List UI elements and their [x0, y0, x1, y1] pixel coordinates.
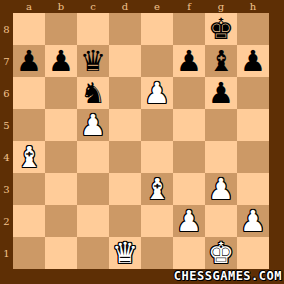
rank-label-1: 1: [0, 237, 13, 269]
square-d1[interactable]: ♛: [109, 237, 141, 269]
square-e1[interactable]: [141, 237, 173, 269]
white-pawn-icon[interactable]: ♟: [144, 77, 170, 109]
square-a7[interactable]: ♟: [13, 45, 45, 77]
square-c2[interactable]: [77, 205, 109, 237]
square-c4[interactable]: [77, 141, 109, 173]
square-h7[interactable]: ♟: [237, 45, 269, 77]
rank-label-8: 8: [0, 13, 13, 45]
rank-label-3: 3: [0, 173, 13, 205]
square-c5[interactable]: ♟: [77, 109, 109, 141]
square-g6[interactable]: ♟: [205, 77, 237, 109]
square-e6[interactable]: ♟: [141, 77, 173, 109]
square-h5[interactable]: [237, 109, 269, 141]
file-label-c: c: [77, 0, 109, 13]
square-c3[interactable]: [77, 173, 109, 205]
square-h4[interactable]: [237, 141, 269, 173]
square-f1[interactable]: [173, 237, 205, 269]
white-bishop-icon[interactable]: ♝: [16, 141, 42, 173]
rank-label-7: 7: [0, 45, 13, 77]
square-d8[interactable]: [109, 13, 141, 45]
square-f6[interactable]: [173, 77, 205, 109]
chess-board[interactable]: ♚♟♟♛♟♝♟♞♟♟♟♝♝♟♟♟♛♚: [13, 13, 269, 269]
square-c1[interactable]: [77, 237, 109, 269]
file-label-d: d: [109, 0, 141, 13]
black-pawn-icon[interactable]: ♟: [240, 45, 266, 77]
square-f3[interactable]: [173, 173, 205, 205]
square-b1[interactable]: [45, 237, 77, 269]
chessgames-watermark: CHESSGAMES.COM: [174, 270, 282, 283]
square-e7[interactable]: [141, 45, 173, 77]
white-pawn-icon[interactable]: ♟: [208, 173, 234, 205]
black-pawn-icon[interactable]: ♟: [208, 77, 234, 109]
square-f7[interactable]: ♟: [173, 45, 205, 77]
rank-label-2: 2: [0, 205, 13, 237]
square-d4[interactable]: [109, 141, 141, 173]
square-h1[interactable]: [237, 237, 269, 269]
square-a6[interactable]: [13, 77, 45, 109]
square-d5[interactable]: [109, 109, 141, 141]
square-d2[interactable]: [109, 205, 141, 237]
file-label-f: f: [173, 0, 205, 13]
white-bishop-icon[interactable]: ♝: [144, 173, 170, 205]
square-g5[interactable]: [205, 109, 237, 141]
black-pawn-icon[interactable]: ♟: [176, 45, 202, 77]
square-f8[interactable]: [173, 13, 205, 45]
square-f2[interactable]: ♟: [173, 205, 205, 237]
square-b7[interactable]: ♟: [45, 45, 77, 77]
rank-label-5: 5: [0, 109, 13, 141]
black-pawn-icon[interactable]: ♟: [48, 45, 74, 77]
square-b6[interactable]: [45, 77, 77, 109]
square-c8[interactable]: [77, 13, 109, 45]
square-g7[interactable]: ♝: [205, 45, 237, 77]
square-h2[interactable]: ♟: [237, 205, 269, 237]
square-d7[interactable]: [109, 45, 141, 77]
square-e3[interactable]: ♝: [141, 173, 173, 205]
file-label-e: e: [141, 0, 173, 13]
square-a3[interactable]: [13, 173, 45, 205]
square-e8[interactable]: [141, 13, 173, 45]
square-g2[interactable]: [205, 205, 237, 237]
board-frame: abcdefgh 87654321 ♚♟♟♛♟♝♟♞♟♟♟♝♝♟♟♟♛♚ CHE…: [0, 0, 284, 284]
black-queen-icon[interactable]: ♛: [80, 45, 106, 77]
square-e5[interactable]: [141, 109, 173, 141]
rank-labels: 87654321: [0, 13, 13, 269]
rank-label-6: 6: [0, 77, 13, 109]
square-c6[interactable]: ♞: [77, 77, 109, 109]
file-label-a: a: [13, 0, 45, 13]
square-a2[interactable]: [13, 205, 45, 237]
square-g3[interactable]: ♟: [205, 173, 237, 205]
white-pawn-icon[interactable]: ♟: [240, 205, 266, 237]
square-b5[interactable]: [45, 109, 77, 141]
square-a4[interactable]: ♝: [13, 141, 45, 173]
white-king-icon[interactable]: ♚: [208, 237, 234, 269]
file-label-b: b: [45, 0, 77, 13]
white-pawn-icon[interactable]: ♟: [80, 109, 106, 141]
square-a1[interactable]: [13, 237, 45, 269]
square-b3[interactable]: [45, 173, 77, 205]
square-a5[interactable]: [13, 109, 45, 141]
black-king-icon[interactable]: ♚: [208, 13, 234, 45]
rank-label-4: 4: [0, 141, 13, 173]
square-d3[interactable]: [109, 173, 141, 205]
square-a8[interactable]: [13, 13, 45, 45]
white-queen-icon[interactable]: ♛: [112, 237, 138, 269]
square-b4[interactable]: [45, 141, 77, 173]
square-b2[interactable]: [45, 205, 77, 237]
white-pawn-icon[interactable]: ♟: [176, 205, 202, 237]
black-bishop-icon[interactable]: ♝: [208, 45, 234, 77]
square-d6[interactable]: [109, 77, 141, 109]
square-h6[interactable]: [237, 77, 269, 109]
square-h8[interactable]: [237, 13, 269, 45]
square-e2[interactable]: [141, 205, 173, 237]
file-label-h: h: [237, 0, 269, 13]
black-knight-icon[interactable]: ♞: [80, 77, 106, 109]
square-f4[interactable]: [173, 141, 205, 173]
square-c7[interactable]: ♛: [77, 45, 109, 77]
square-g8[interactable]: ♚: [205, 13, 237, 45]
square-b8[interactable]: [45, 13, 77, 45]
square-f5[interactable]: [173, 109, 205, 141]
square-g1[interactable]: ♚: [205, 237, 237, 269]
square-e4[interactable]: [141, 141, 173, 173]
black-pawn-icon[interactable]: ♟: [16, 45, 42, 77]
square-h3[interactable]: [237, 173, 269, 205]
square-g4[interactable]: [205, 141, 237, 173]
